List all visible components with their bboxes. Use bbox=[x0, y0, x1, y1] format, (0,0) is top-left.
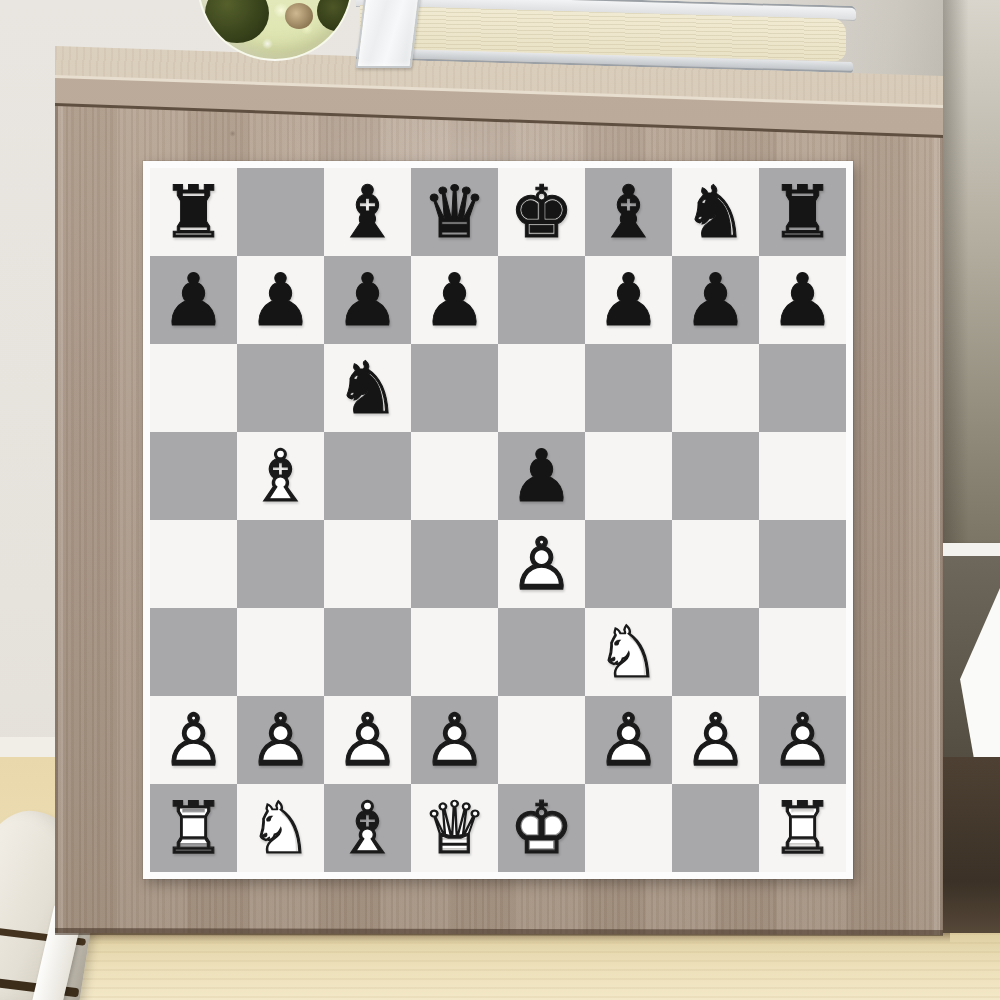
black-knight-c6[interactable]: ♞ bbox=[324, 344, 411, 432]
square-h4[interactable] bbox=[759, 520, 846, 608]
square-h2[interactable]: ♟♙ bbox=[759, 696, 846, 784]
square-h5[interactable] bbox=[759, 432, 846, 520]
black-pawn-h7[interactable]: ♟ bbox=[759, 256, 846, 344]
black-pawn-b7[interactable]: ♟ bbox=[237, 256, 324, 344]
black-bishop-f8[interactable]: ♝ bbox=[585, 168, 672, 256]
square-g4[interactable] bbox=[672, 520, 759, 608]
square-c7[interactable]: ♟ bbox=[324, 256, 411, 344]
square-b6[interactable] bbox=[237, 344, 324, 432]
square-a4[interactable] bbox=[150, 520, 237, 608]
black-king-e8[interactable]: ♚ bbox=[498, 168, 585, 256]
floor bbox=[0, 933, 1000, 1000]
square-a2[interactable]: ♟♙ bbox=[150, 696, 237, 784]
square-f5[interactable] bbox=[585, 432, 672, 520]
square-d6[interactable] bbox=[411, 344, 498, 432]
square-h7[interactable]: ♟ bbox=[759, 256, 846, 344]
square-a3[interactable] bbox=[150, 608, 237, 696]
black-pawn-c7[interactable]: ♟ bbox=[324, 256, 411, 344]
square-g1[interactable] bbox=[672, 784, 759, 872]
square-e2[interactable] bbox=[498, 696, 585, 784]
square-c1[interactable]: ♝♗ bbox=[324, 784, 411, 872]
chess-board[interactable]: ♜♝♛♚♝♞♜♟♟♟♟♟♟♟♞♝♗♟♟♙♞♘♟♙♟♙♟♙♟♙♟♙♟♙♟♙♜♖♞♘… bbox=[150, 168, 846, 872]
white-rook-h1[interactable]: ♜♖ bbox=[759, 784, 846, 872]
acrylic-bookend bbox=[355, 0, 420, 68]
baseboard bbox=[0, 737, 58, 758]
black-pawn-e5[interactable]: ♟ bbox=[498, 432, 585, 520]
square-e1[interactable]: ♚♔ bbox=[498, 784, 585, 872]
white-pawn-h2[interactable]: ♟♙ bbox=[759, 696, 846, 784]
square-g5[interactable] bbox=[672, 432, 759, 520]
square-h8[interactable]: ♜ bbox=[759, 168, 846, 256]
black-pawn-a7[interactable]: ♟ bbox=[150, 256, 237, 344]
square-b4[interactable] bbox=[237, 520, 324, 608]
square-c6[interactable]: ♞ bbox=[324, 344, 411, 432]
white-rook-a1[interactable]: ♜♖ bbox=[150, 784, 237, 872]
square-f7[interactable]: ♟ bbox=[585, 256, 672, 344]
white-pawn-a2[interactable]: ♟♙ bbox=[150, 696, 237, 784]
black-rook-h8[interactable]: ♜ bbox=[759, 168, 846, 256]
square-d4[interactable] bbox=[411, 520, 498, 608]
wall-ledge bbox=[943, 543, 1000, 556]
white-bishop-c1[interactable]: ♝♗ bbox=[324, 784, 411, 872]
square-a7[interactable]: ♟ bbox=[150, 256, 237, 344]
black-pawn-d7[interactable]: ♟ bbox=[411, 256, 498, 344]
square-c2[interactable]: ♟♙ bbox=[324, 696, 411, 784]
square-f4[interactable] bbox=[585, 520, 672, 608]
white-king-e1[interactable]: ♚♔ bbox=[498, 784, 585, 872]
square-h6[interactable] bbox=[759, 344, 846, 432]
right-wall bbox=[943, 0, 1000, 545]
black-pawn-f7[interactable]: ♟ bbox=[585, 256, 672, 344]
square-b3[interactable] bbox=[237, 608, 324, 696]
square-g7[interactable]: ♟ bbox=[672, 256, 759, 344]
square-h3[interactable] bbox=[759, 608, 846, 696]
square-e4[interactable]: ♟♙ bbox=[498, 520, 585, 608]
white-bishop-b5[interactable]: ♝♗ bbox=[237, 432, 324, 520]
square-d2[interactable]: ♟♙ bbox=[411, 696, 498, 784]
square-g2[interactable]: ♟♙ bbox=[672, 696, 759, 784]
square-d1[interactable]: ♛♕ bbox=[411, 784, 498, 872]
white-pawn-f2[interactable]: ♟♙ bbox=[585, 696, 672, 784]
square-d3[interactable] bbox=[411, 608, 498, 696]
black-pawn-g7[interactable]: ♟ bbox=[672, 256, 759, 344]
white-pawn-c2[interactable]: ♟♙ bbox=[324, 696, 411, 784]
black-bishop-c8[interactable]: ♝ bbox=[324, 168, 411, 256]
square-c3[interactable] bbox=[324, 608, 411, 696]
square-e8[interactable]: ♚ bbox=[498, 168, 585, 256]
black-knight-g8[interactable]: ♞ bbox=[672, 168, 759, 256]
square-e3[interactable] bbox=[498, 608, 585, 696]
white-pawn-b2[interactable]: ♟♙ bbox=[237, 696, 324, 784]
square-b1[interactable]: ♞♘ bbox=[237, 784, 324, 872]
square-a8[interactable]: ♜ bbox=[150, 168, 237, 256]
snail-shell bbox=[285, 3, 313, 29]
square-d7[interactable]: ♟ bbox=[411, 256, 498, 344]
square-b5[interactable]: ♝♗ bbox=[237, 432, 324, 520]
square-g8[interactable]: ♞ bbox=[672, 168, 759, 256]
white-knight-f3[interactable]: ♞♘ bbox=[585, 608, 672, 696]
square-b7[interactable]: ♟ bbox=[237, 256, 324, 344]
square-a5[interactable] bbox=[150, 432, 237, 520]
white-pawn-d2[interactable]: ♟♙ bbox=[411, 696, 498, 784]
white-pawn-e4[interactable]: ♟♙ bbox=[498, 520, 585, 608]
square-c8[interactable]: ♝ bbox=[324, 168, 411, 256]
chess-board-sticker: ♜♝♛♚♝♞♜♟♟♟♟♟♟♟♞♝♗♟♟♙♞♘♟♙♟♙♟♙♟♙♟♙♟♙♟♙♜♖♞♘… bbox=[143, 161, 853, 879]
square-h1[interactable]: ♜♖ bbox=[759, 784, 846, 872]
square-f1[interactable] bbox=[585, 784, 672, 872]
square-e7[interactable] bbox=[498, 256, 585, 344]
square-c4[interactable] bbox=[324, 520, 411, 608]
square-f6[interactable] bbox=[585, 344, 672, 432]
square-d8[interactable]: ♛ bbox=[411, 168, 498, 256]
square-b2[interactable]: ♟♙ bbox=[237, 696, 324, 784]
square-a1[interactable]: ♜♖ bbox=[150, 784, 237, 872]
square-f2[interactable]: ♟♙ bbox=[585, 696, 672, 784]
white-queen-d1[interactable]: ♛♕ bbox=[411, 784, 498, 872]
right-dark-floor bbox=[943, 757, 1000, 935]
room-scene: ♜♝♛♚♝♞♜♟♟♟♟♟♟♟♞♝♗♟♟♙♞♘♟♙♟♙♟♙♟♙♟♙♟♙♟♙♜♖♞♘… bbox=[0, 0, 1000, 1000]
black-rook-a8[interactable]: ♜ bbox=[150, 168, 237, 256]
white-pawn-g2[interactable]: ♟♙ bbox=[672, 696, 759, 784]
square-f8[interactable]: ♝ bbox=[585, 168, 672, 256]
square-b8[interactable] bbox=[237, 168, 324, 256]
hardcover-book bbox=[356, 0, 856, 82]
square-e5[interactable]: ♟ bbox=[498, 432, 585, 520]
square-g6[interactable] bbox=[672, 344, 759, 432]
square-f3[interactable]: ♞♘ bbox=[585, 608, 672, 696]
square-e6[interactable] bbox=[498, 344, 585, 432]
square-c5[interactable] bbox=[324, 432, 411, 520]
square-a6[interactable] bbox=[150, 344, 237, 432]
black-queen-d8[interactable]: ♛ bbox=[411, 168, 498, 256]
white-knight-b1[interactable]: ♞♘ bbox=[237, 784, 324, 872]
square-d5[interactable] bbox=[411, 432, 498, 520]
square-g3[interactable] bbox=[672, 608, 759, 696]
